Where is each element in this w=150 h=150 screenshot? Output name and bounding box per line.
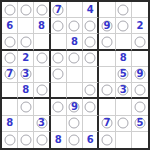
given-digit: 8 <box>120 53 127 63</box>
sudoku-cell-r8c5[interactable] <box>67 116 83 132</box>
sudoku-cell-r7c3[interactable] <box>34 99 50 115</box>
sudoku-cell-r5c7[interactable] <box>99 67 115 83</box>
sudoku-cell-r8c7[interactable]: 7 <box>99 116 115 132</box>
odd-circle-marker <box>20 134 31 145</box>
sudoku-cell-r9c9[interactable] <box>132 132 148 148</box>
odd-circle-marker <box>69 20 80 31</box>
sudoku-cell-r5c4[interactable] <box>51 67 67 83</box>
odd-circle-marker <box>118 4 129 15</box>
sudoku-cell-r1c1[interactable] <box>2 2 18 18</box>
odd-circle-marker <box>20 101 31 112</box>
odd-circle-marker <box>85 53 96 64</box>
odd-circle-marker <box>4 36 15 47</box>
sudoku-cell-r1c8[interactable] <box>116 2 132 18</box>
sudoku-cell-r9c4[interactable]: 8 <box>51 132 67 148</box>
sudoku-cell-r5c6[interactable] <box>83 67 99 83</box>
sudoku-cell-r7c2[interactable] <box>18 99 34 115</box>
sudoku-cell-r9c1[interactable] <box>2 132 18 148</box>
sudoku-cell-r5c2[interactable]: 3 <box>18 67 34 83</box>
sudoku-cell-r5c1[interactable]: 7 <box>2 67 18 83</box>
sudoku-cell-r7c5[interactable]: 9 <box>67 99 83 115</box>
sudoku-cell-r2c3[interactable]: 8 <box>34 18 50 34</box>
sudoku-cell-r2c8[interactable] <box>116 18 132 34</box>
sudoku-cell-r6c3[interactable] <box>34 83 50 99</box>
odd-circle-marker <box>36 4 47 15</box>
odd-circle-marker <box>85 20 96 31</box>
sudoku-cell-r2c5[interactable] <box>67 18 83 34</box>
given-digit: 2 <box>22 53 29 63</box>
given-digit: 7 <box>6 69 13 79</box>
odd-circle-marker <box>134 36 145 47</box>
odd-circle-marker <box>53 69 64 80</box>
odd-circle-marker <box>4 4 15 15</box>
sudoku-cell-r8c3[interactable]: 3 <box>34 116 50 132</box>
sudoku-cell-r6c5[interactable] <box>67 83 83 99</box>
sudoku-cell-r5c3[interactable] <box>34 67 50 83</box>
given-digit: 3 <box>120 85 127 95</box>
given-digit: 8 <box>55 135 62 145</box>
sudoku-cell-r7c6[interactable] <box>83 99 99 115</box>
given-digit: 7 <box>103 118 110 128</box>
sudoku-cell-r3c2[interactable] <box>18 34 34 50</box>
odd-circle-marker <box>69 53 80 64</box>
odd-circle-marker <box>20 36 31 47</box>
sudoku-cell-r4c3[interactable] <box>34 51 50 67</box>
given-digit: 6 <box>6 21 13 31</box>
sudoku-cell-r5c9[interactable]: 9 <box>132 67 148 83</box>
sudoku-cell-r6c7[interactable] <box>99 83 115 99</box>
sudoku-cell-r6c4[interactable] <box>51 83 67 99</box>
sudoku-cell-r1c9[interactable] <box>132 2 148 18</box>
given-digit: 8 <box>6 118 13 128</box>
sudoku-cell-r7c7[interactable] <box>99 99 115 115</box>
sudoku-cell-r4c1[interactable] <box>2 51 18 67</box>
sudoku-cell-r1c5[interactable] <box>67 2 83 18</box>
given-digit: 7 <box>55 5 62 15</box>
odd-circle-marker <box>4 53 15 64</box>
sudoku-cell-r9c3[interactable] <box>34 132 50 148</box>
given-digit: 8 <box>22 85 29 95</box>
given-digit: 6 <box>87 135 94 145</box>
sudoku-cell-r7c4[interactable] <box>51 99 67 115</box>
given-digit: 4 <box>87 5 94 15</box>
sudoku-cell-r8c2[interactable] <box>18 116 34 132</box>
sudoku-cell-r3c9[interactable] <box>132 34 148 50</box>
sudoku-cell-r3c6[interactable] <box>83 34 99 50</box>
sudoku-cell-r7c1[interactable] <box>2 99 18 115</box>
sudoku-cell-r1c3[interactable] <box>34 2 50 18</box>
odd-circle-marker <box>101 134 112 145</box>
given-digit: 5 <box>136 118 143 128</box>
given-digit: 2 <box>136 21 143 31</box>
sudoku-cell-r4c4[interactable] <box>51 51 67 67</box>
odd-circle-marker <box>134 85 145 96</box>
odd-circle-marker <box>4 134 15 145</box>
odd-circle-marker <box>36 53 47 64</box>
sudoku-cell-r7c8[interactable] <box>116 99 132 115</box>
sudoku-cell-r4c9[interactable] <box>132 51 148 67</box>
given-digit: 3 <box>22 69 29 79</box>
sudoku-cell-r3c7[interactable] <box>99 34 115 50</box>
odd-circle-marker <box>134 101 145 112</box>
sudoku-cell-r2c6[interactable] <box>83 18 99 34</box>
sudoku-board: 7468928287359839837586 <box>0 0 150 150</box>
sudoku-cell-r6c6[interactable] <box>83 83 99 99</box>
sudoku-cell-r8c1[interactable]: 8 <box>2 116 18 132</box>
sudoku-cell-r9c5[interactable] <box>67 132 83 148</box>
odd-circle-marker <box>85 101 96 112</box>
sudoku-cell-r5c8[interactable]: 5 <box>116 67 132 83</box>
given-digit: 9 <box>103 21 110 31</box>
sudoku-cell-r4c6[interactable] <box>83 51 99 67</box>
given-digit: 9 <box>136 69 143 79</box>
sudoku-cell-r2c1[interactable]: 6 <box>2 18 18 34</box>
given-digit: 5 <box>120 69 127 79</box>
odd-circle-marker <box>118 118 129 129</box>
sudoku-cell-r1c2[interactable] <box>18 2 34 18</box>
sudoku-cell-r2c7[interactable]: 9 <box>99 18 115 34</box>
odd-circle-marker <box>101 36 112 47</box>
sudoku-cell-r4c7[interactable] <box>99 51 115 67</box>
sudoku-cell-r7c9[interactable] <box>132 99 148 115</box>
sudoku-cell-r9c8[interactable] <box>116 132 132 148</box>
sudoku-cell-r4c8[interactable]: 8 <box>116 51 132 67</box>
sudoku-cell-r4c5[interactable] <box>67 51 83 67</box>
sudoku-cell-r5c5[interactable] <box>67 67 83 83</box>
sudoku-cell-r3c4[interactable] <box>51 34 67 50</box>
sudoku-cell-r6c8[interactable]: 3 <box>116 83 132 99</box>
sudoku-cell-r2c9[interactable]: 2 <box>132 18 148 34</box>
sudoku-cell-r2c4[interactable] <box>51 18 67 34</box>
sudoku-cell-r6c1[interactable] <box>2 83 18 99</box>
sudoku-cell-r8c4[interactable] <box>51 116 67 132</box>
sudoku-cell-r9c2[interactable] <box>18 132 34 148</box>
given-digit: 8 <box>71 37 78 47</box>
sudoku-cell-r9c6[interactable]: 6 <box>83 132 99 148</box>
sudoku-cell-r9c7[interactable] <box>99 132 115 148</box>
sudoku-cell-r1c4[interactable]: 7 <box>51 2 67 18</box>
sudoku-cell-r3c3[interactable] <box>34 34 50 50</box>
sudoku-cell-r8c8[interactable] <box>116 116 132 132</box>
sudoku-cell-r3c8[interactable] <box>116 34 132 50</box>
sudoku-cell-r3c5[interactable]: 8 <box>67 34 83 50</box>
odd-circle-marker <box>53 101 64 112</box>
sudoku-cell-r1c7[interactable] <box>99 2 115 18</box>
odd-circle-marker <box>53 53 64 64</box>
sudoku-cell-r4c2[interactable]: 2 <box>18 51 34 67</box>
odd-circle-marker <box>53 20 64 31</box>
odd-circle-marker <box>69 134 80 145</box>
odd-circle-marker <box>118 20 129 31</box>
odd-circle-marker <box>20 4 31 15</box>
odd-circle-marker <box>36 85 47 96</box>
odd-circle-marker <box>36 134 47 145</box>
given-digit: 3 <box>38 118 45 128</box>
sudoku-cell-r6c2[interactable]: 8 <box>18 83 34 99</box>
given-digit: 9 <box>71 102 78 112</box>
sudoku-cell-r8c6[interactable] <box>83 116 99 132</box>
odd-circle-marker <box>85 36 96 47</box>
odd-circle-marker <box>85 85 96 96</box>
odd-circle-marker <box>69 118 80 129</box>
odd-circle-marker <box>101 85 112 96</box>
sudoku-cell-r8c9[interactable]: 5 <box>132 116 148 132</box>
sudoku-cell-r3c1[interactable] <box>2 34 18 50</box>
sudoku-cell-r2c2[interactable] <box>18 18 34 34</box>
given-digit: 8 <box>38 21 45 31</box>
sudoku-cell-r6c9[interactable] <box>132 83 148 99</box>
sudoku-cell-r1c6[interactable]: 4 <box>83 2 99 18</box>
